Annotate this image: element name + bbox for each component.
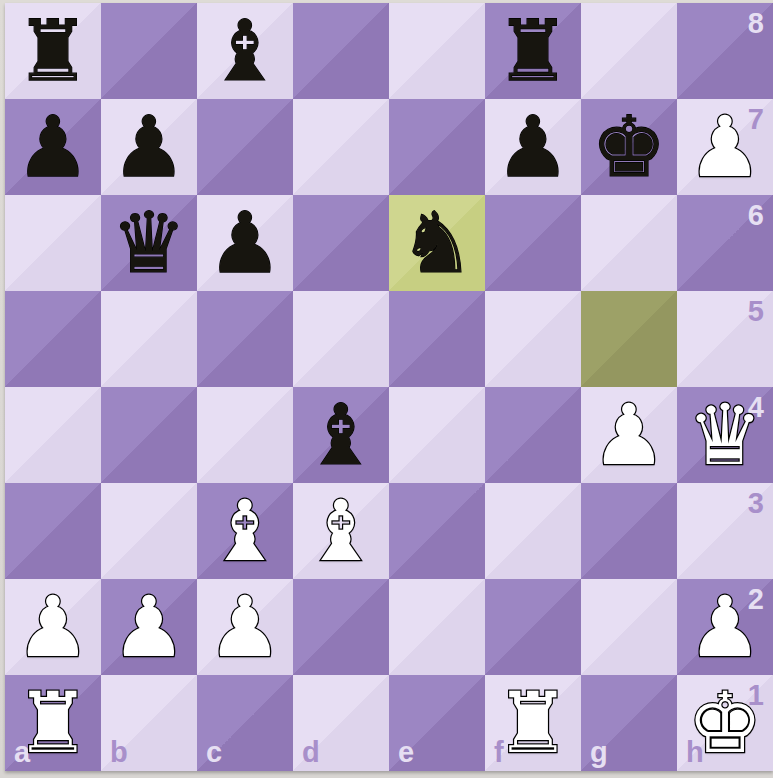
square-a8[interactable]: ♜	[5, 3, 101, 99]
square-d4[interactable]: ♝	[293, 387, 389, 483]
square-h4[interactable]: 4♛	[677, 387, 773, 483]
square-b1[interactable]: b	[101, 675, 197, 771]
square-h1[interactable]: 1h♚	[677, 675, 773, 771]
square-g7[interactable]: ♚	[581, 99, 677, 195]
square-c8[interactable]: ♝	[197, 3, 293, 99]
piece-white-rook[interactable]: ♜	[485, 675, 581, 771]
square-b4[interactable]	[101, 387, 197, 483]
piece-white-pawn[interactable]: ♟	[581, 387, 677, 483]
square-f4[interactable]	[485, 387, 581, 483]
rank-label-3: 3	[748, 489, 764, 518]
piece-black-pawn[interactable]: ♟	[101, 99, 197, 195]
piece-black-rook[interactable]: ♜	[5, 3, 101, 99]
file-label-g: g	[590, 738, 608, 767]
file-label-e: e	[398, 738, 414, 767]
square-g6[interactable]	[581, 195, 677, 291]
square-b5[interactable]	[101, 291, 197, 387]
square-d3[interactable]: ♝	[293, 483, 389, 579]
rank-label-5: 5	[748, 297, 764, 326]
square-b3[interactable]	[101, 483, 197, 579]
square-b6[interactable]: ♛	[101, 195, 197, 291]
file-label-d: d	[302, 738, 320, 767]
square-c5[interactable]	[197, 291, 293, 387]
square-e1[interactable]: e	[389, 675, 485, 771]
square-c6[interactable]: ♟	[197, 195, 293, 291]
square-h3[interactable]: 3	[677, 483, 773, 579]
square-a5[interactable]	[5, 291, 101, 387]
piece-black-pawn[interactable]: ♟	[485, 99, 581, 195]
square-d2[interactable]	[293, 579, 389, 675]
square-e2[interactable]	[389, 579, 485, 675]
square-e7[interactable]	[389, 99, 485, 195]
square-f1[interactable]: f♜	[485, 675, 581, 771]
square-a2[interactable]: ♟	[5, 579, 101, 675]
rank-label-6: 6	[748, 201, 764, 230]
square-b2[interactable]: ♟	[101, 579, 197, 675]
square-e4[interactable]	[389, 387, 485, 483]
square-h8[interactable]: 8	[677, 3, 773, 99]
piece-white-pawn[interactable]: ♟	[677, 99, 773, 195]
piece-white-queen[interactable]: ♛	[677, 387, 773, 483]
square-c1[interactable]: c	[197, 675, 293, 771]
piece-black-knight[interactable]: ♞	[389, 195, 485, 291]
square-g2[interactable]	[581, 579, 677, 675]
square-h5[interactable]: 5	[677, 291, 773, 387]
piece-white-pawn[interactable]: ♟	[677, 579, 773, 675]
square-e3[interactable]	[389, 483, 485, 579]
square-d1[interactable]: d	[293, 675, 389, 771]
piece-white-bishop[interactable]: ♝	[197, 483, 293, 579]
piece-white-bishop[interactable]: ♝	[293, 483, 389, 579]
square-d5[interactable]	[293, 291, 389, 387]
square-h6[interactable]: 6	[677, 195, 773, 291]
square-h7[interactable]: 7♟	[677, 99, 773, 195]
square-e5[interactable]	[389, 291, 485, 387]
piece-black-bishop[interactable]: ♝	[293, 387, 389, 483]
piece-black-bishop[interactable]: ♝	[197, 3, 293, 99]
square-a4[interactable]	[5, 387, 101, 483]
rank-label-8: 8	[748, 9, 764, 38]
piece-black-queen[interactable]: ♛	[101, 195, 197, 291]
square-g4[interactable]: ♟	[581, 387, 677, 483]
piece-white-king[interactable]: ♚	[677, 675, 773, 771]
square-f8[interactable]: ♜	[485, 3, 581, 99]
square-b8[interactable]	[101, 3, 197, 99]
square-d6[interactable]	[293, 195, 389, 291]
square-e6[interactable]: ♞	[389, 195, 485, 291]
piece-black-rook[interactable]: ♜	[485, 3, 581, 99]
file-label-b: b	[110, 738, 128, 767]
piece-white-pawn[interactable]: ♟	[101, 579, 197, 675]
square-f2[interactable]	[485, 579, 581, 675]
square-a7[interactable]: ♟	[5, 99, 101, 195]
square-h2[interactable]: 2♟	[677, 579, 773, 675]
file-label-c: c	[206, 738, 222, 767]
square-d8[interactable]	[293, 3, 389, 99]
square-b7[interactable]: ♟	[101, 99, 197, 195]
piece-white-rook[interactable]: ♜	[5, 675, 101, 771]
square-c7[interactable]	[197, 99, 293, 195]
square-g8[interactable]	[581, 3, 677, 99]
square-f6[interactable]	[485, 195, 581, 291]
piece-white-pawn[interactable]: ♟	[197, 579, 293, 675]
square-e8[interactable]	[389, 3, 485, 99]
square-g3[interactable]	[581, 483, 677, 579]
square-g5[interactable]	[581, 291, 677, 387]
square-d7[interactable]	[293, 99, 389, 195]
square-f3[interactable]	[485, 483, 581, 579]
piece-white-pawn[interactable]: ♟	[5, 579, 101, 675]
piece-black-pawn[interactable]: ♟	[197, 195, 293, 291]
square-f5[interactable]	[485, 291, 581, 387]
square-c3[interactable]: ♝	[197, 483, 293, 579]
square-a1[interactable]: a♜	[5, 675, 101, 771]
square-f7[interactable]: ♟	[485, 99, 581, 195]
square-a3[interactable]	[5, 483, 101, 579]
square-c2[interactable]: ♟	[197, 579, 293, 675]
square-c4[interactable]	[197, 387, 293, 483]
piece-black-pawn[interactable]: ♟	[5, 99, 101, 195]
piece-black-king[interactable]: ♚	[581, 99, 677, 195]
square-g1[interactable]: g	[581, 675, 677, 771]
chess-board[interactable]: ♜♝♜8♟♟♟♚7♟♛♟♞65♝♟4♛♝♝3♟♟♟2♟a♜bcdef♜g1h♚	[5, 3, 773, 771]
square-a6[interactable]	[5, 195, 101, 291]
chessboard-frame: ♜♝♜8♟♟♟♚7♟♛♟♞65♝♟4♛♝♝3♟♟♟2♟a♜bcdef♜g1h♚	[0, 0, 773, 778]
